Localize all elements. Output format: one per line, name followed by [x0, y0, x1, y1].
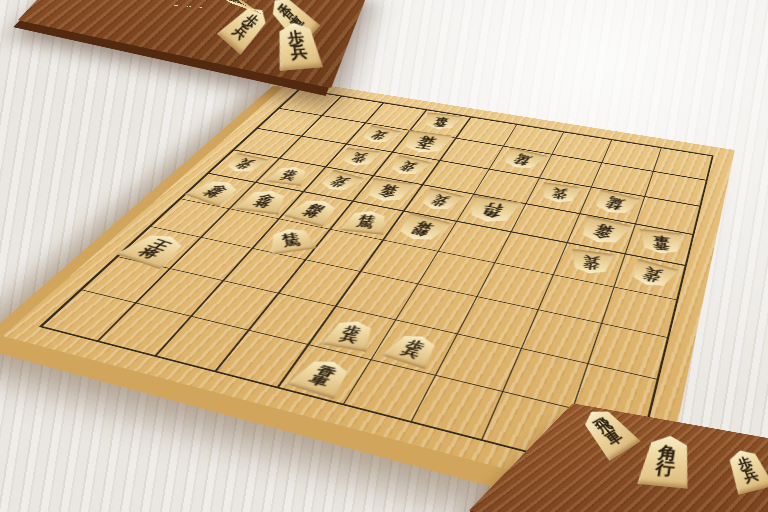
piece-kanji: 兵 [402, 160, 419, 167]
bishop-piece-face: 角行 [637, 434, 695, 489]
shogi-photo-scene: 香車歩兵玉将桂馬歩兵歩兵歩兵桂馬歩兵歩兵歩兵金将歩兵角行金将香車金将金将銀将桂馬… [0, 0, 768, 512]
pawn-piece-face: 歩兵 [538, 182, 581, 204]
captured-pawn-piece[interactable]: 歩兵 [270, 37, 324, 69]
captured-rook-piece[interactable]: 飛車 [570, 424, 641, 459]
piece-kanji: 行 [484, 201, 505, 211]
piece-kanji: 兵 [553, 187, 569, 194]
piece-kanji: 兵 [239, 158, 256, 165]
captured-pawn-piece[interactable]: 歩兵 [160, 3, 208, 32]
piece-kanji: 兵 [177, 5, 194, 6]
piece-kanji: 将 [414, 220, 435, 230]
piece-kanji: 兵 [231, 23, 250, 41]
pawn-piece-face: 歩兵 [722, 446, 768, 494]
piece-kanji: 車 [435, 116, 450, 122]
piece-kanji: 兵 [374, 130, 390, 137]
piece-kanji: 将 [252, 200, 272, 208]
piece-kanji: 将 [381, 183, 400, 191]
piece-kanji: 将 [417, 135, 437, 143]
piece-kanji: 兵 [334, 175, 351, 183]
piece-kanji: 行 [654, 460, 675, 478]
piece-kanji: 兵 [434, 194, 452, 202]
piece-kanji: 将 [200, 189, 220, 199]
piece-kanji: 馬 [355, 221, 373, 229]
lance-piece-face: 香車 [420, 112, 462, 131]
gote-pawn-piece[interactable]: 歩兵 [537, 182, 581, 208]
piece-kanji: 兵 [742, 468, 760, 484]
piece-kanji: 兵 [290, 45, 309, 61]
piece-kanji: 兵 [353, 152, 369, 158]
piece-kanji: 兵 [279, 174, 296, 181]
piece-kanji: 将 [300, 209, 321, 219]
captured-bishop-piece[interactable]: 角行 [637, 454, 696, 488]
captured-pawn-piece[interactable]: 歩兵 [718, 463, 768, 494]
piece-kanji: 将 [595, 223, 615, 233]
piece-kanji: 車 [602, 428, 624, 447]
